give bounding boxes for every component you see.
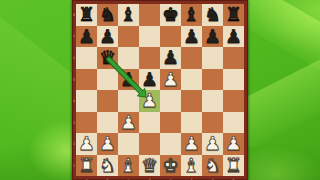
file-label-e: e (165, 178, 177, 180)
square-c2[interactable] (118, 133, 139, 155)
square-d3[interactable] (139, 112, 160, 134)
black-pawn-a7[interactable]: ♟ (78, 27, 95, 46)
black-pawn-h7[interactable]: ♟ (225, 27, 242, 46)
chess-board[interactable]: 87654321 abcdefgh ♜♞♝♚♝♞♜♟♟♟♟♟♛♟♟♟♟♟♟♟♟♟… (72, 0, 248, 180)
black-rook-h8[interactable]: ♜ (225, 5, 242, 24)
file-label-h: h (228, 178, 240, 180)
square-h6[interactable] (223, 47, 244, 69)
square-g1[interactable]: ♞ (202, 155, 223, 177)
square-g5[interactable] (202, 69, 223, 91)
white-pawn-g2[interactable]: ♟ (204, 134, 221, 153)
rank-label-3: 3 (73, 116, 75, 128)
square-a5[interactable] (76, 69, 97, 91)
white-bishop-f1[interactable]: ♝ (183, 156, 200, 175)
file-label-b: b (102, 178, 114, 180)
square-e3[interactable] (160, 112, 181, 134)
square-f1[interactable]: ♝ (181, 155, 202, 177)
black-pawn-e6[interactable]: ♟ (162, 48, 179, 67)
black-pawn-c5[interactable]: ♟ (120, 70, 137, 89)
black-pawn-b7[interactable]: ♟ (99, 27, 116, 46)
black-bishop-c8[interactable]: ♝ (120, 5, 137, 24)
square-b2[interactable]: ♟ (97, 133, 118, 155)
file-label-d: d (144, 178, 156, 180)
white-pawn-b2[interactable]: ♟ (99, 134, 116, 153)
square-h1[interactable]: ♜ (223, 155, 244, 177)
square-f8[interactable]: ♝ (181, 4, 202, 26)
file-label-a: a (81, 178, 93, 180)
square-e2[interactable] (160, 133, 181, 155)
square-e6[interactable]: ♟ (160, 47, 181, 69)
square-e8[interactable]: ♚ (160, 4, 181, 26)
black-knight-b8[interactable]: ♞ (99, 5, 116, 24)
rank-label-7: 7 (73, 30, 75, 42)
square-c3[interactable]: ♟ (118, 112, 139, 134)
white-pawn-h2[interactable]: ♟ (225, 134, 242, 153)
file-labels: abcdefgh (76, 176, 244, 180)
square-b5[interactable] (97, 69, 118, 91)
black-pawn-d5[interactable]: ♟ (141, 70, 158, 89)
square-h4[interactable] (223, 90, 244, 112)
file-label-f: f (186, 178, 198, 180)
black-pawn-f7[interactable]: ♟ (183, 27, 200, 46)
white-pawn-c3[interactable]: ♟ (120, 113, 137, 132)
square-g8[interactable]: ♞ (202, 4, 223, 26)
square-d2[interactable] (139, 133, 160, 155)
white-knight-g1[interactable]: ♞ (204, 156, 221, 175)
black-pawn-g7[interactable]: ♟ (204, 27, 221, 46)
square-g6[interactable] (202, 47, 223, 69)
white-pawn-d4[interactable]: ♟ (141, 91, 158, 110)
black-knight-g8[interactable]: ♞ (204, 5, 221, 24)
square-g7[interactable]: ♟ (202, 26, 223, 48)
rank-label-6: 6 (73, 52, 75, 64)
white-bishop-c1[interactable]: ♝ (120, 156, 137, 175)
square-f6[interactable] (181, 47, 202, 69)
rank-label-5: 5 (73, 73, 75, 85)
square-a4[interactable] (76, 90, 97, 112)
square-b1[interactable]: ♞ (97, 155, 118, 177)
thumbnail-canvas: 87654321 abcdefgh ♜♞♝♚♝♞♜♟♟♟♟♟♛♟♟♟♟♟♟♟♟♟… (0, 0, 320, 180)
square-b4[interactable] (97, 90, 118, 112)
white-knight-b1[interactable]: ♞ (99, 156, 116, 175)
square-e5[interactable]: ♟ (160, 69, 181, 91)
square-e4[interactable] (160, 90, 181, 112)
file-label-c: c (123, 178, 135, 180)
black-bishop-f8[interactable]: ♝ (183, 5, 200, 24)
square-e7[interactable] (160, 26, 181, 48)
square-c5[interactable]: ♟ (118, 69, 139, 91)
white-rook-a1[interactable]: ♜ (78, 156, 95, 175)
square-a1[interactable]: ♜ (76, 155, 97, 177)
square-c1[interactable]: ♝ (118, 155, 139, 177)
square-a2[interactable]: ♟ (76, 133, 97, 155)
square-f5[interactable] (181, 69, 202, 91)
white-pawn-a2[interactable]: ♟ (78, 134, 95, 153)
square-a3[interactable] (76, 112, 97, 134)
square-a6[interactable] (76, 47, 97, 69)
square-h3[interactable] (223, 112, 244, 134)
square-c7[interactable] (118, 26, 139, 48)
square-h8[interactable]: ♜ (223, 4, 244, 26)
rank-label-8: 8 (73, 9, 75, 21)
square-c6[interactable] (118, 47, 139, 69)
white-queen-d1[interactable]: ♛ (141, 156, 158, 175)
square-b6[interactable]: ♛ (97, 47, 118, 69)
square-h7[interactable]: ♟ (223, 26, 244, 48)
chess-board-grid[interactable]: ♜♞♝♚♝♞♜♟♟♟♟♟♛♟♟♟♟♟♟♟♟♟♟♟♜♞♝♛♚♝♞♜ (76, 4, 244, 176)
rank-label-2: 2 (73, 138, 75, 150)
square-d6[interactable] (139, 47, 160, 69)
black-rook-a8[interactable]: ♜ (78, 5, 95, 24)
white-pawn-e5[interactable]: ♟ (162, 70, 179, 89)
square-g2[interactable]: ♟ (202, 133, 223, 155)
square-f4[interactable] (181, 90, 202, 112)
square-h2[interactable]: ♟ (223, 133, 244, 155)
square-f3[interactable] (181, 112, 202, 134)
rank-label-1: 1 (73, 159, 75, 171)
square-b8[interactable]: ♞ (97, 4, 118, 26)
black-queen-b6[interactable]: ♛ (99, 48, 116, 67)
square-c4[interactable] (118, 90, 139, 112)
square-d5[interactable]: ♟ (139, 69, 160, 91)
square-g4[interactable] (202, 90, 223, 112)
square-d4[interactable]: ♟ (139, 90, 160, 112)
square-g3[interactable] (202, 112, 223, 134)
square-a7[interactable]: ♟ (76, 26, 97, 48)
square-d8[interactable] (139, 4, 160, 26)
rank-label-4: 4 (73, 95, 75, 107)
file-label-g: g (207, 178, 219, 180)
square-b7[interactable]: ♟ (97, 26, 118, 48)
black-king-e8[interactable]: ♚ (162, 5, 179, 24)
square-f2[interactable]: ♟ (181, 133, 202, 155)
white-rook-h1[interactable]: ♜ (225, 156, 242, 175)
square-a8[interactable]: ♜ (76, 4, 97, 26)
square-f7[interactable]: ♟ (181, 26, 202, 48)
square-d1[interactable]: ♛ (139, 155, 160, 177)
square-c8[interactable]: ♝ (118, 4, 139, 26)
square-h5[interactable] (223, 69, 244, 91)
white-king-e1[interactable]: ♚ (162, 156, 179, 175)
white-pawn-f2[interactable]: ♟ (183, 134, 200, 153)
square-e1[interactable]: ♚ (160, 155, 181, 177)
square-b3[interactable] (97, 112, 118, 134)
square-d7[interactable] (139, 26, 160, 48)
